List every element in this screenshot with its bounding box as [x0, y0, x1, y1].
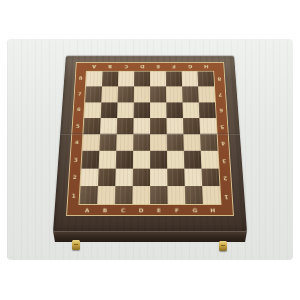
square-f1: [167, 186, 185, 204]
square-c7: [118, 87, 134, 102]
square-c1: [115, 186, 133, 204]
square-h5: [199, 118, 216, 134]
square-b4: [99, 134, 116, 151]
square-b2: [98, 168, 116, 186]
square-a4: [82, 134, 100, 151]
square-c5: [117, 118, 134, 134]
square-a1: [80, 186, 98, 204]
square-g4: [183, 134, 200, 151]
square-f5: [166, 118, 183, 134]
squares-grid: [78, 71, 221, 205]
rank-label-right-1: 1: [220, 187, 232, 205]
square-d5: [133, 118, 150, 134]
file-label-f: F: [168, 205, 186, 215]
square-e4: [150, 134, 167, 151]
square-h2: [201, 168, 219, 186]
square-f3: [167, 151, 184, 168]
square-g7: [182, 87, 199, 102]
square-b3: [99, 151, 117, 168]
rank-label-right-5: 5: [217, 118, 228, 134]
files-bottom: ABCDEFGH: [78, 205, 222, 215]
rank-label-right-6: 6: [216, 102, 227, 118]
square-f7: [166, 87, 182, 102]
square-a8: [86, 72, 103, 87]
rank-label-7: 7: [74, 86, 85, 102]
square-e8: [150, 72, 166, 87]
square-d8: [134, 72, 150, 87]
square-b8: [102, 72, 118, 87]
square-d6: [134, 102, 150, 118]
file-label-top-c: C: [118, 63, 134, 71]
square-d1: [132, 186, 150, 204]
file-label-g: G: [186, 205, 204, 215]
file-label-top-b: B: [102, 63, 118, 71]
file-label-h: H: [204, 205, 222, 215]
file-label-top-a: A: [86, 63, 102, 71]
fold-seam: [60, 133, 240, 135]
rank-label-right-4: 4: [218, 134, 229, 151]
square-h3: [201, 151, 219, 168]
file-label-top-h: H: [198, 63, 214, 71]
file-label-top-e: E: [150, 63, 166, 71]
square-a5: [83, 118, 100, 134]
square-c6: [117, 102, 134, 118]
square-e7: [150, 87, 166, 102]
file-label-a: A: [78, 205, 96, 215]
square-c8: [118, 72, 134, 87]
square-a6: [84, 102, 101, 118]
rank-label-4: 4: [71, 134, 82, 151]
files-top: ABCDEFGH: [86, 63, 214, 71]
square-d2: [133, 168, 150, 186]
square-b7: [101, 87, 118, 102]
file-label-b: B: [96, 205, 114, 215]
square-h6: [199, 102, 216, 118]
brass-latch-right-icon: [219, 241, 227, 251]
square-d7: [134, 87, 150, 102]
square-c2: [115, 168, 133, 186]
square-e2: [150, 168, 167, 186]
rank-label-8: 8: [75, 71, 86, 86]
square-c4: [116, 134, 133, 151]
brass-latch-left-icon: [72, 240, 80, 250]
square-e5: [150, 118, 167, 134]
file-label-d: D: [132, 205, 150, 215]
square-g1: [185, 186, 203, 204]
rank-label-right-8: 8: [214, 71, 225, 86]
rank-label-2: 2: [69, 169, 81, 187]
square-g5: [183, 118, 200, 134]
file-label-c: C: [114, 205, 132, 215]
file-label-top-f: F: [166, 63, 182, 71]
square-f8: [166, 72, 182, 87]
square-b6: [101, 102, 118, 118]
file-label-top-g: G: [182, 63, 198, 71]
square-a3: [81, 151, 99, 168]
square-g6: [182, 102, 199, 118]
square-h8: [197, 72, 214, 87]
square-h7: [198, 87, 215, 102]
square-g8: [182, 72, 198, 87]
rank-label-6: 6: [73, 102, 84, 118]
chess-board: ABCDEFGH ABCDEFGH 87654321 87654321: [53, 56, 247, 232]
square-h4: [200, 134, 218, 151]
square-g3: [184, 151, 202, 168]
square-b5: [100, 118, 117, 134]
square-e6: [150, 102, 166, 118]
rank-label-right-3: 3: [219, 151, 230, 168]
file-label-e: E: [150, 205, 168, 215]
product-photo: ABCDEFGH ABCDEFGH 87654321 87654321: [0, 0, 300, 300]
file-label-top-d: D: [134, 63, 150, 71]
square-h1: [202, 186, 220, 204]
square-g2: [184, 168, 202, 186]
square-f6: [166, 102, 183, 118]
square-a2: [81, 168, 99, 186]
square-b1: [97, 186, 115, 204]
square-e3: [150, 151, 167, 168]
square-f2: [167, 168, 185, 186]
square-e1: [150, 186, 168, 204]
square-d4: [133, 134, 150, 151]
board-box-side: [53, 231, 247, 242]
square-a7: [85, 87, 102, 102]
rank-label-5: 5: [72, 118, 83, 134]
rank-label-right-7: 7: [215, 86, 226, 102]
square-d3: [133, 151, 150, 168]
square-f4: [167, 134, 184, 151]
square-c3: [116, 151, 133, 168]
rank-label-1: 1: [68, 187, 80, 205]
rank-label-right-2: 2: [220, 169, 232, 187]
rank-label-3: 3: [70, 151, 81, 168]
